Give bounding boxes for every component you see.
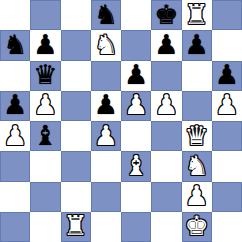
square-d7[interactable]: ♞: [91, 30, 121, 60]
square-h1[interactable]: [212, 212, 242, 242]
square-e7[interactable]: [121, 30, 151, 60]
square-g6[interactable]: [182, 61, 212, 91]
square-c6[interactable]: [61, 61, 91, 91]
square-b3[interactable]: [30, 151, 60, 181]
square-b2[interactable]: [30, 182, 60, 212]
piece-white-rook[interactable]: ♜: [64, 212, 88, 239]
square-d6[interactable]: [91, 61, 121, 91]
square-a2[interactable]: [0, 182, 30, 212]
square-c3[interactable]: [61, 151, 91, 181]
square-a3[interactable]: [0, 151, 30, 181]
piece-white-pawn[interactable]: ♟: [94, 122, 118, 149]
square-f3[interactable]: [151, 151, 181, 181]
square-e8[interactable]: [121, 0, 151, 30]
piece-white-pawn[interactable]: ♟: [33, 91, 57, 118]
square-h7[interactable]: [212, 30, 242, 60]
square-h3[interactable]: [212, 151, 242, 181]
square-h8[interactable]: [212, 0, 242, 30]
square-c8[interactable]: [61, 0, 91, 30]
square-c5[interactable]: [61, 91, 91, 121]
piece-white-knight[interactable]: ♞: [94, 31, 118, 58]
square-d2[interactable]: [91, 182, 121, 212]
square-e1[interactable]: [121, 212, 151, 242]
square-e5[interactable]: ♟: [121, 91, 151, 121]
square-g2[interactable]: ♟: [182, 182, 212, 212]
square-a6[interactable]: [0, 61, 30, 91]
square-a7[interactable]: ♞: [0, 30, 30, 60]
piece-white-pawn[interactable]: ♟: [124, 91, 148, 118]
square-a8[interactable]: [0, 0, 30, 30]
square-g1[interactable]: ♚: [182, 212, 212, 242]
square-c4[interactable]: [61, 121, 91, 151]
square-d3[interactable]: [91, 151, 121, 181]
piece-white-bishop[interactable]: ♝: [124, 152, 148, 179]
square-d4[interactable]: ♟: [91, 121, 121, 151]
square-f8[interactable]: ♚: [151, 0, 181, 30]
piece-black-knight[interactable]: ♞: [3, 31, 27, 58]
square-b7[interactable]: ♟: [30, 30, 60, 60]
square-h4[interactable]: [212, 121, 242, 151]
piece-black-pawn[interactable]: ♟: [3, 91, 27, 118]
piece-white-rook[interactable]: ♜: [185, 1, 209, 28]
piece-black-pawn[interactable]: ♟: [154, 31, 178, 58]
piece-white-pawn[interactable]: ♟: [215, 91, 239, 118]
square-c2[interactable]: [61, 182, 91, 212]
piece-white-pawn[interactable]: ♟: [185, 182, 209, 209]
square-d5[interactable]: ♟: [91, 91, 121, 121]
piece-white-pawn[interactable]: ♟: [3, 122, 27, 149]
square-h2[interactable]: [212, 182, 242, 212]
square-a1[interactable]: [0, 212, 30, 242]
square-b5[interactable]: ♟: [30, 91, 60, 121]
piece-white-pawn[interactable]: ♟: [154, 91, 178, 118]
piece-black-king[interactable]: ♚: [154, 1, 178, 28]
square-g5[interactable]: [182, 91, 212, 121]
square-f7[interactable]: ♟: [151, 30, 181, 60]
square-e6[interactable]: ♟: [121, 61, 151, 91]
square-e2[interactable]: [121, 182, 151, 212]
piece-black-pawn[interactable]: ♟: [94, 91, 118, 118]
piece-white-queen[interactable]: ♛: [185, 122, 209, 149]
square-b4[interactable]: ♝: [30, 121, 60, 151]
square-g4[interactable]: ♛: [182, 121, 212, 151]
square-d1[interactable]: [91, 212, 121, 242]
piece-black-pawn[interactable]: ♟: [33, 31, 57, 58]
square-b1[interactable]: [30, 212, 60, 242]
square-e4[interactable]: [121, 121, 151, 151]
square-f2[interactable]: [151, 182, 181, 212]
square-g3[interactable]: ♞: [182, 151, 212, 181]
square-f5[interactable]: ♟: [151, 91, 181, 121]
square-f1[interactable]: [151, 212, 181, 242]
piece-black-knight[interactable]: ♞: [94, 1, 118, 28]
square-g7[interactable]: ♟: [182, 30, 212, 60]
square-f6[interactable]: [151, 61, 181, 91]
piece-black-pawn[interactable]: ♟: [185, 31, 209, 58]
chess-board: ♞♚♜♞♟♞♟♟♛♟♟♟♟♟♟♟♟♟♝♟♛♝♞♟♜♚: [0, 0, 242, 242]
square-e3[interactable]: ♝: [121, 151, 151, 181]
piece-black-pawn[interactable]: ♟: [124, 61, 148, 88]
square-c7[interactable]: [61, 30, 91, 60]
piece-white-king[interactable]: ♚: [185, 212, 209, 239]
square-d8[interactable]: ♞: [91, 0, 121, 30]
square-h6[interactable]: ♟: [212, 61, 242, 91]
piece-black-bishop[interactable]: ♝: [33, 122, 57, 149]
piece-black-queen[interactable]: ♛: [33, 61, 57, 88]
piece-white-knight[interactable]: ♞: [185, 152, 209, 179]
square-b8[interactable]: [30, 0, 60, 30]
square-f4[interactable]: [151, 121, 181, 151]
square-a5[interactable]: ♟: [0, 91, 30, 121]
square-h5[interactable]: ♟: [212, 91, 242, 121]
square-b6[interactable]: ♛: [30, 61, 60, 91]
square-a4[interactable]: ♟: [0, 121, 30, 151]
square-g8[interactable]: ♜: [182, 0, 212, 30]
piece-black-pawn[interactable]: ♟: [215, 61, 239, 88]
square-c1[interactable]: ♜: [61, 212, 91, 242]
